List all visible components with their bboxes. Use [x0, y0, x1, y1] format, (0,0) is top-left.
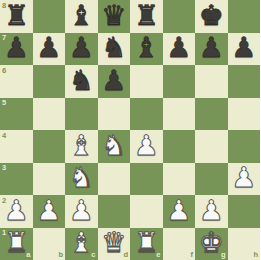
square-g4[interactable] — [195, 130, 228, 163]
square-d7[interactable]: ♞ — [98, 33, 131, 66]
file-label-f: f — [191, 251, 194, 259]
square-c8[interactable]: ♝ — [65, 0, 98, 33]
square-a6[interactable]: 6 — [0, 65, 33, 98]
square-g8[interactable]: ♚ — [195, 0, 228, 33]
square-b4[interactable] — [33, 130, 66, 163]
square-g6[interactable] — [195, 65, 228, 98]
square-d6[interactable]: ♟ — [98, 65, 131, 98]
square-d3[interactable] — [98, 163, 131, 196]
square-d4[interactable]: ♞ — [98, 130, 131, 163]
square-e3[interactable] — [130, 163, 163, 196]
square-a4[interactable]: 4 — [0, 130, 33, 163]
piece-white-knight[interactable]: ♞ — [101, 130, 126, 163]
piece-white-pawn[interactable]: ♟ — [36, 195, 61, 228]
square-f6[interactable] — [163, 65, 196, 98]
chess-board: 8♜♝♛♜♚7♟♟♟♞♝♟♟♟6♞♟54♝♞♟3♞♟2♟♟♟♟♟1a♜bc♝d♛… — [0, 0, 260, 260]
square-b7[interactable]: ♟ — [33, 33, 66, 66]
square-c1[interactable]: c♝ — [65, 228, 98, 260]
square-a7[interactable]: 7♟ — [0, 33, 33, 66]
rank-label-4: 4 — [2, 132, 6, 140]
square-c4[interactable]: ♝ — [65, 130, 98, 163]
square-h7[interactable]: ♟ — [228, 33, 261, 66]
square-b3[interactable] — [33, 163, 66, 196]
square-d2[interactable] — [98, 195, 131, 228]
square-e8[interactable]: ♜ — [130, 0, 163, 33]
piece-white-pawn[interactable]: ♟ — [166, 195, 191, 228]
piece-white-rook[interactable]: ♜ — [4, 227, 29, 260]
square-a1[interactable]: 1a♜ — [0, 228, 33, 260]
piece-white-pawn[interactable]: ♟ — [199, 195, 224, 228]
piece-black-pawn[interactable]: ♟ — [69, 32, 94, 65]
square-b1[interactable]: b — [33, 228, 66, 260]
square-b8[interactable] — [33, 0, 66, 33]
square-g7[interactable]: ♟ — [195, 33, 228, 66]
square-h5[interactable] — [228, 98, 261, 131]
square-a3[interactable]: 3 — [0, 163, 33, 196]
square-c6[interactable]: ♞ — [65, 65, 98, 98]
square-h4[interactable] — [228, 130, 261, 163]
square-g2[interactable]: ♟ — [195, 195, 228, 228]
square-b5[interactable] — [33, 98, 66, 131]
square-g5[interactable] — [195, 98, 228, 131]
piece-black-knight[interactable]: ♞ — [101, 32, 126, 65]
piece-black-bishop[interactable]: ♝ — [134, 32, 159, 65]
square-g3[interactable] — [195, 163, 228, 196]
piece-white-bishop[interactable]: ♝ — [69, 130, 94, 163]
square-a8[interactable]: 8♜ — [0, 0, 33, 33]
square-f1[interactable]: f — [163, 228, 196, 260]
piece-black-pawn[interactable]: ♟ — [231, 32, 256, 65]
square-g1[interactable]: g♚ — [195, 228, 228, 260]
square-h1[interactable]: h — [228, 228, 261, 260]
square-h8[interactable] — [228, 0, 261, 33]
rank-label-3: 3 — [2, 164, 6, 172]
piece-white-pawn[interactable]: ♟ — [4, 195, 29, 228]
piece-black-pawn[interactable]: ♟ — [166, 32, 191, 65]
piece-black-rook[interactable]: ♜ — [134, 0, 159, 32]
square-h6[interactable] — [228, 65, 261, 98]
piece-black-pawn[interactable]: ♟ — [101, 65, 126, 98]
square-d5[interactable] — [98, 98, 131, 131]
square-a2[interactable]: 2♟ — [0, 195, 33, 228]
square-b2[interactable]: ♟ — [33, 195, 66, 228]
square-e7[interactable]: ♝ — [130, 33, 163, 66]
piece-white-bishop[interactable]: ♝ — [69, 227, 94, 260]
square-c2[interactable]: ♟ — [65, 195, 98, 228]
square-d8[interactable]: ♛ — [98, 0, 131, 33]
square-f8[interactable] — [163, 0, 196, 33]
piece-black-pawn[interactable]: ♟ — [199, 32, 224, 65]
square-c5[interactable] — [65, 98, 98, 131]
rank-label-6: 6 — [2, 67, 6, 75]
square-e6[interactable] — [130, 65, 163, 98]
square-b6[interactable] — [33, 65, 66, 98]
piece-black-pawn[interactable]: ♟ — [36, 32, 61, 65]
square-f2[interactable]: ♟ — [163, 195, 196, 228]
piece-white-pawn[interactable]: ♟ — [134, 130, 159, 163]
square-e2[interactable] — [130, 195, 163, 228]
piece-black-rook[interactable]: ♜ — [4, 0, 29, 32]
piece-white-pawn[interactable]: ♟ — [231, 162, 256, 195]
file-label-h: h — [253, 251, 258, 259]
square-f4[interactable] — [163, 130, 196, 163]
square-c7[interactable]: ♟ — [65, 33, 98, 66]
square-h2[interactable] — [228, 195, 261, 228]
file-label-b: b — [58, 251, 63, 259]
square-f3[interactable] — [163, 163, 196, 196]
piece-white-queen[interactable]: ♛ — [101, 227, 126, 260]
rank-label-5: 5 — [2, 99, 6, 107]
square-a5[interactable]: 5 — [0, 98, 33, 131]
square-e4[interactable]: ♟ — [130, 130, 163, 163]
piece-white-knight[interactable]: ♞ — [69, 162, 94, 195]
square-d1[interactable]: d♛ — [98, 228, 131, 260]
piece-black-king[interactable]: ♚ — [199, 0, 224, 32]
piece-black-pawn[interactable]: ♟ — [4, 32, 29, 65]
square-c3[interactable]: ♞ — [65, 163, 98, 196]
square-f5[interactable] — [163, 98, 196, 131]
piece-white-rook[interactable]: ♜ — [134, 227, 159, 260]
piece-black-knight[interactable]: ♞ — [69, 65, 94, 98]
square-e1[interactable]: e♜ — [130, 228, 163, 260]
piece-white-pawn[interactable]: ♟ — [69, 195, 94, 228]
piece-black-bishop[interactable]: ♝ — [69, 0, 94, 32]
piece-black-queen[interactable]: ♛ — [101, 0, 126, 32]
piece-white-king[interactable]: ♚ — [199, 227, 224, 260]
square-h3[interactable]: ♟ — [228, 163, 261, 196]
square-e5[interactable] — [130, 98, 163, 131]
square-f7[interactable]: ♟ — [163, 33, 196, 66]
